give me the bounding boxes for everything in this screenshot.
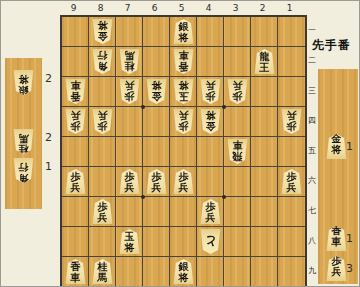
- piece-kanji: 兵: [65, 183, 86, 194]
- piece-kanji: 兵: [173, 110, 194, 121]
- square-15[interactable]: [278, 137, 305, 167]
- piece-kanji: 角: [92, 61, 113, 72]
- square-25[interactable]: [251, 137, 278, 167]
- square-98[interactable]: [62, 227, 89, 257]
- piece-kanji: 角: [13, 173, 34, 184]
- square-92[interactable]: [62, 47, 89, 77]
- piece-kanji: 香: [326, 226, 347, 237]
- square-39[interactable]: [224, 257, 251, 287]
- square-74[interactable]: [116, 107, 143, 137]
- square-32[interactable]: [224, 47, 251, 77]
- square-71[interactable]: [116, 17, 143, 47]
- piece-kanji: 金: [146, 91, 167, 102]
- sente-hand-slot-香車[interactable]: 香車: [326, 223, 347, 251]
- square-12[interactable]: [278, 47, 305, 77]
- piece-kanji: 兵: [326, 267, 347, 278]
- piece-kanji: 金: [326, 134, 347, 145]
- piece-kanji: 桂: [119, 61, 140, 72]
- gote-hand-slot-銀将[interactable]: 銀将: [13, 67, 34, 95]
- piece-kanji: 歩: [200, 202, 221, 213]
- square-18[interactable]: [278, 227, 305, 257]
- gote-piece-角行[interactable]: 角行: [13, 158, 34, 183]
- piece-kanji: 歩: [326, 256, 347, 267]
- sente-piece-金将[interactable]: 金将: [326, 134, 347, 159]
- square-62[interactable]: [143, 47, 170, 77]
- gote-piece-銀将[interactable]: 銀将: [13, 70, 34, 95]
- piece-kanji: 兵: [65, 110, 86, 121]
- piece-kanji: 車: [65, 80, 86, 91]
- piece-kanji: 兵: [200, 80, 221, 91]
- square-61[interactable]: [143, 17, 170, 47]
- square-23[interactable]: [251, 77, 278, 107]
- piece-kanji: 兵: [92, 110, 113, 121]
- piece-kanji: 兵: [281, 183, 302, 194]
- square-77[interactable]: [116, 197, 143, 227]
- sente-hand-count-金将: 1: [346, 140, 353, 153]
- piece-kanji: 将: [13, 74, 34, 85]
- square-91[interactable]: [62, 17, 89, 47]
- square-86[interactable]: [89, 167, 116, 197]
- square-57[interactable]: [170, 197, 197, 227]
- hoshi-dot: [222, 195, 226, 199]
- rank-label-4: 四: [306, 115, 318, 126]
- square-31[interactable]: [224, 17, 251, 47]
- piece-kanji: 将: [173, 273, 194, 284]
- piece-kanji: 香: [173, 61, 194, 72]
- sente-hand-slot-歩兵[interactable]: 歩兵: [326, 253, 347, 281]
- file-label-2: 2: [249, 3, 276, 13]
- turn-indicator: 先手番: [312, 37, 351, 54]
- square-41[interactable]: [197, 17, 224, 47]
- square-85[interactable]: [89, 137, 116, 167]
- file-label-1: 1: [276, 3, 303, 13]
- piece-kanji: 桂: [92, 262, 113, 273]
- piece-kanji: 兵: [119, 183, 140, 194]
- piece-kanji: 将: [173, 33, 194, 44]
- square-75[interactable]: [116, 137, 143, 167]
- square-68[interactable]: [143, 227, 170, 257]
- piece-kanji: 行: [13, 162, 34, 173]
- piece-kanji: 歩: [119, 172, 140, 183]
- rank-label-1: 一: [306, 25, 318, 36]
- square-58[interactable]: [170, 227, 197, 257]
- piece-kanji: 歩: [227, 91, 248, 102]
- gote-hand-count-角行: 1: [45, 160, 52, 173]
- gote-hand-tray[interactable]: 銀将桂馬角行: [5, 58, 42, 209]
- piece-kanji: 歩: [65, 172, 86, 183]
- file-label-9: 9: [60, 3, 87, 13]
- piece-kanji: 車: [65, 273, 86, 284]
- piece-kanji: 歩: [281, 121, 302, 132]
- hoshi-dot: [141, 195, 145, 199]
- piece-kanji: 将: [146, 80, 167, 91]
- square-97[interactable]: [62, 197, 89, 227]
- piece-kanji: 桂: [13, 144, 34, 155]
- piece-kanji: 香: [65, 262, 86, 273]
- piece-kanji: 兵: [119, 80, 140, 91]
- file-label-7: 7: [114, 3, 141, 13]
- hoshi-dot: [141, 105, 145, 109]
- square-11[interactable]: [278, 17, 305, 47]
- file-label-4: 4: [195, 3, 222, 13]
- piece-kanji: 車: [326, 237, 347, 248]
- piece-kanji: 金: [92, 31, 113, 42]
- piece-kanji: 歩: [173, 121, 194, 132]
- piece-kanji: 将: [326, 145, 347, 156]
- square-55[interactable]: [170, 137, 197, 167]
- square-17[interactable]: [278, 197, 305, 227]
- piece-kanji: 兵: [227, 80, 248, 91]
- piece-kanji: 兵: [92, 213, 113, 224]
- square-21[interactable]: [251, 17, 278, 47]
- piece-kanji: 龍: [254, 52, 275, 63]
- square-46[interactable]: [197, 167, 224, 197]
- square-79[interactable]: [116, 257, 143, 287]
- piece-kanji: 馬: [92, 273, 113, 284]
- piece-kanji: 歩: [119, 91, 140, 102]
- piece-kanji: 歩: [92, 121, 113, 132]
- piece-kanji: 兵: [200, 213, 221, 224]
- gote-hand-count-桂馬: 2: [45, 131, 52, 144]
- piece-kanji: 歩: [146, 172, 167, 183]
- square-42[interactable]: [197, 47, 224, 77]
- piece-kanji: 将: [200, 110, 221, 121]
- square-27[interactable]: [251, 197, 278, 227]
- piece-kanji: 将: [119, 243, 140, 254]
- sente-hand-slot-金将[interactable]: 金将: [326, 131, 347, 159]
- rank-label-6: 六: [306, 175, 318, 186]
- piece-kanji: 歩: [173, 172, 194, 183]
- rank-label-5: 五: [306, 145, 318, 156]
- shogi-app-window: 987654321 一二三四五六七八九 金将銀将角行桂馬香車龍王香車歩兵金将玉将…: [0, 0, 360, 287]
- piece-kanji: 兵: [173, 183, 194, 194]
- square-67[interactable]: [143, 197, 170, 227]
- sente-hand-tray[interactable]: 金将香車歩兵: [318, 69, 358, 284]
- square-24[interactable]: [251, 107, 278, 137]
- piece-kanji: 歩: [92, 202, 113, 213]
- file-label-3: 3: [222, 3, 249, 13]
- sente-piece-香車[interactable]: 香車: [326, 226, 347, 251]
- piece-kanji: 車: [173, 50, 194, 61]
- piece-kanji: 銀: [173, 262, 194, 273]
- piece-kanji: 王: [254, 63, 275, 74]
- gote-piece-桂馬[interactable]: 桂馬: [13, 129, 34, 154]
- file-label-6: 6: [141, 3, 168, 13]
- piece-kanji: 兵: [146, 183, 167, 194]
- piece-kanji: 銀: [13, 85, 34, 96]
- square-45[interactable]: [197, 137, 224, 167]
- rank-label-2: 二: [306, 55, 318, 66]
- piece-kanji: 馬: [119, 50, 140, 61]
- file-label-8: 8: [87, 3, 114, 13]
- rank-label-9: 九: [306, 265, 318, 276]
- piece-kanji: 歩: [200, 91, 221, 102]
- square-19[interactable]: [278, 257, 305, 287]
- square-38[interactable]: [224, 227, 251, 257]
- square-37[interactable]: [224, 197, 251, 227]
- piece-kanji: 将: [173, 80, 194, 91]
- square-95[interactable]: [62, 137, 89, 167]
- hoshi-dot: [222, 105, 226, 109]
- square-49[interactable]: [197, 257, 224, 287]
- square-88[interactable]: [89, 227, 116, 257]
- square-26[interactable]: [251, 167, 278, 197]
- gote-hand-count-銀将: 2: [45, 72, 52, 85]
- square-29[interactable]: [251, 257, 278, 287]
- gote-hand-slot-桂馬[interactable]: 桂馬: [13, 126, 34, 154]
- square-34[interactable]: [224, 107, 251, 137]
- square-65[interactable]: [143, 137, 170, 167]
- sente-piece-歩兵[interactable]: 歩兵: [326, 256, 347, 281]
- square-83[interactable]: [89, 77, 116, 107]
- rank-label-7: 七: [306, 205, 318, 216]
- shogi-board[interactable]: 金将銀将角行桂馬香車龍王香車歩兵金将玉将歩兵歩兵歩兵歩兵歩兵金将歩兵飛車歩兵歩兵…: [60, 15, 307, 287]
- piece-kanji: 歩: [281, 172, 302, 183]
- piece-kanji: 将: [92, 20, 113, 31]
- piece-kanji: 歩: [65, 121, 86, 132]
- square-36[interactable]: [224, 167, 251, 197]
- piece-kanji: 玉: [119, 232, 140, 243]
- square-64[interactable]: [143, 107, 170, 137]
- sente-hand-count-香車: 1: [346, 232, 353, 245]
- sente-hand-count-歩兵: 3: [346, 262, 353, 275]
- rank-label-3: 三: [306, 85, 318, 96]
- piece-kanji: 金: [200, 121, 221, 132]
- piece-kanji: 兵: [281, 110, 302, 121]
- piece-kanji: 銀: [173, 22, 194, 33]
- piece-kanji: 香: [65, 91, 86, 102]
- piece-kanji: 玉: [173, 91, 194, 102]
- square-13[interactable]: [278, 77, 305, 107]
- piece-kanji: 行: [92, 50, 113, 61]
- piece-kanji: 車: [227, 140, 248, 151]
- piece-kanji: 飛: [227, 151, 248, 162]
- rank-label-8: 八: [306, 235, 318, 246]
- piece-kanji: 馬: [13, 133, 34, 144]
- square-69[interactable]: [143, 257, 170, 287]
- gote-hand-slot-角行[interactable]: 角行: [13, 155, 34, 183]
- file-label-5: 5: [168, 3, 195, 13]
- square-28[interactable]: [251, 227, 278, 257]
